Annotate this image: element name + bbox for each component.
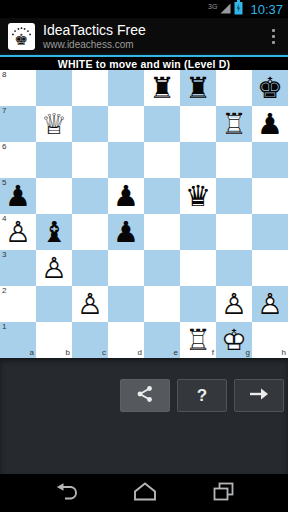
white-queen: ♛♕ <box>36 106 72 142</box>
square-c3[interactable] <box>72 250 108 286</box>
square-f2[interactable] <box>180 286 216 322</box>
rank-label: 6 <box>2 143 6 151</box>
square-g4[interactable] <box>216 214 252 250</box>
file-label: e <box>174 349 178 357</box>
square-g5[interactable] <box>216 178 252 214</box>
app-subtitle: www.ideachess.com <box>43 40 264 50</box>
white-king: ♚♔ <box>216 322 252 358</box>
square-a7[interactable]: 7 <box>0 106 36 142</box>
square-f6[interactable] <box>180 142 216 178</box>
black-rook: ♜ <box>180 70 216 106</box>
status-bar: 3G 10:37 <box>0 0 288 18</box>
battery-charging-icon <box>234 0 243 19</box>
white-pawn: ♟♙ <box>0 214 36 250</box>
app-header: ♚ IdeaTactics Free www.ideachess.com <box>0 18 288 55</box>
square-d3[interactable] <box>108 250 144 286</box>
square-h3[interactable] <box>252 250 288 286</box>
back-button[interactable] <box>54 482 80 504</box>
square-h7[interactable]: ♟ <box>252 106 288 142</box>
black-pawn: ♟ <box>252 106 288 142</box>
white-pawn: ♟♙ <box>216 286 252 322</box>
square-f1[interactable]: f♜♖ <box>180 322 216 358</box>
square-c2[interactable]: ♟♙ <box>72 286 108 322</box>
square-d4[interactable]: ♟ <box>108 214 144 250</box>
square-f3[interactable] <box>180 250 216 286</box>
file-label: a <box>30 349 34 357</box>
square-d7[interactable] <box>108 106 144 142</box>
square-d1[interactable]: d <box>108 322 144 358</box>
black-bishop: ♝ <box>36 214 72 250</box>
header-titles: IdeaTactics Free www.ideachess.com <box>43 23 264 50</box>
square-b5[interactable] <box>36 178 72 214</box>
square-f5[interactable]: ♛ <box>180 178 216 214</box>
black-queen: ♛ <box>180 178 216 214</box>
square-b6[interactable] <box>36 142 72 178</box>
square-g7[interactable]: ♜♖ <box>216 106 252 142</box>
hint-label: ? <box>197 386 207 406</box>
black-pawn: ♟ <box>0 178 36 214</box>
square-f7[interactable] <box>180 106 216 142</box>
rank-label: 3 <box>2 251 6 259</box>
square-h1[interactable]: h <box>252 322 288 358</box>
square-e4[interactable] <box>144 214 180 250</box>
square-e5[interactable] <box>144 178 180 214</box>
rank-label: 8 <box>2 71 6 79</box>
square-b3[interactable]: ♟♙ <box>36 250 72 286</box>
app-title: IdeaTactics Free <box>43 23 264 37</box>
square-b8[interactable] <box>36 70 72 106</box>
square-a8[interactable]: 8 <box>0 70 36 106</box>
square-g3[interactable] <box>216 250 252 286</box>
square-f8[interactable]: ♜ <box>180 70 216 106</box>
white-pawn: ♟♙ <box>252 286 288 322</box>
square-c4[interactable] <box>72 214 108 250</box>
svg-text:♚: ♚ <box>15 31 29 49</box>
file-label: d <box>138 349 142 357</box>
square-g1[interactable]: g♚♔ <box>216 322 252 358</box>
file-label: b <box>66 349 70 357</box>
home-button[interactable] <box>132 482 158 504</box>
square-d6[interactable] <box>108 142 144 178</box>
square-a1[interactable]: 1a <box>0 322 36 358</box>
puzzle-banner: WHITE to move and win (Level D) <box>0 57 288 70</box>
back-icon <box>55 482 80 505</box>
white-pawn: ♟♙ <box>36 250 72 286</box>
square-a5[interactable]: 5♟ <box>0 178 36 214</box>
recents-button[interactable] <box>210 482 236 504</box>
square-e8[interactable]: ♜ <box>144 70 180 106</box>
share-button[interactable] <box>120 379 170 412</box>
file-label: c <box>102 349 106 357</box>
square-b2[interactable] <box>36 286 72 322</box>
square-b4[interactable]: ♝ <box>36 214 72 250</box>
rank-label: 2 <box>2 287 6 295</box>
network-type-label: 3G <box>208 3 217 10</box>
square-c7[interactable] <box>72 106 108 142</box>
overflow-menu-button[interactable] <box>264 22 282 52</box>
square-a4[interactable]: 4♟♙ <box>0 214 36 250</box>
toolbar: ? <box>0 379 284 412</box>
square-a3[interactable]: 3 <box>0 250 36 286</box>
rank-label: 1 <box>2 323 6 331</box>
clock-label: 10:37 <box>250 2 283 17</box>
square-e6[interactable] <box>144 142 180 178</box>
white-rook: ♜♖ <box>180 322 216 358</box>
square-f4[interactable] <box>180 214 216 250</box>
square-c1[interactable]: c <box>72 322 108 358</box>
hint-button[interactable]: ? <box>177 379 227 412</box>
lower-panel: ? <box>0 358 288 474</box>
next-button[interactable] <box>234 379 284 412</box>
share-icon <box>135 384 155 408</box>
square-g6[interactable] <box>216 142 252 178</box>
black-king: ♚ <box>252 70 288 106</box>
home-icon <box>133 482 157 505</box>
white-rook: ♜♖ <box>216 106 252 142</box>
arrow-right-icon <box>248 386 270 406</box>
app-logo-icon: ♚ <box>8 23 35 50</box>
square-e2[interactable] <box>144 286 180 322</box>
square-e3[interactable] <box>144 250 180 286</box>
file-label: h <box>282 349 286 357</box>
square-e7[interactable] <box>144 106 180 142</box>
black-pawn: ♟ <box>108 178 144 214</box>
square-h6[interactable] <box>252 142 288 178</box>
square-h2[interactable]: ♟♙ <box>252 286 288 322</box>
square-h4[interactable] <box>252 214 288 250</box>
square-d8[interactable] <box>108 70 144 106</box>
square-a2[interactable]: 2 <box>0 286 36 322</box>
rank-label: 7 <box>2 107 6 115</box>
black-pawn: ♟ <box>108 214 144 250</box>
recents-icon <box>212 482 235 505</box>
square-d2[interactable] <box>108 286 144 322</box>
white-pawn: ♟♙ <box>72 286 108 322</box>
square-h8[interactable]: ♚ <box>252 70 288 106</box>
square-c5[interactable] <box>72 178 108 214</box>
square-g8[interactable] <box>216 70 252 106</box>
square-h5[interactable] <box>252 178 288 214</box>
app-window: 3G 10:37 ♚ IdeaTactics Free www.idea <box>0 0 288 512</box>
square-c6[interactable] <box>72 142 108 178</box>
square-d5[interactable]: ♟ <box>108 178 144 214</box>
square-c8[interactable] <box>72 70 108 106</box>
square-b1[interactable]: b <box>36 322 72 358</box>
chess-board: 8♜♜♚7♛♕♜♖♟65♟♟♛4♟♙♝♟3♟♙2♟♙♟♙♟♙1abcdef♜♖g… <box>0 70 288 358</box>
square-a6[interactable]: 6 <box>0 142 36 178</box>
android-nav-bar <box>0 474 288 512</box>
signal-icon <box>220 0 231 18</box>
square-g2[interactable]: ♟♙ <box>216 286 252 322</box>
black-rook: ♜ <box>144 70 180 106</box>
square-e1[interactable]: e <box>144 322 180 358</box>
square-b7[interactable]: ♛♕ <box>36 106 72 142</box>
